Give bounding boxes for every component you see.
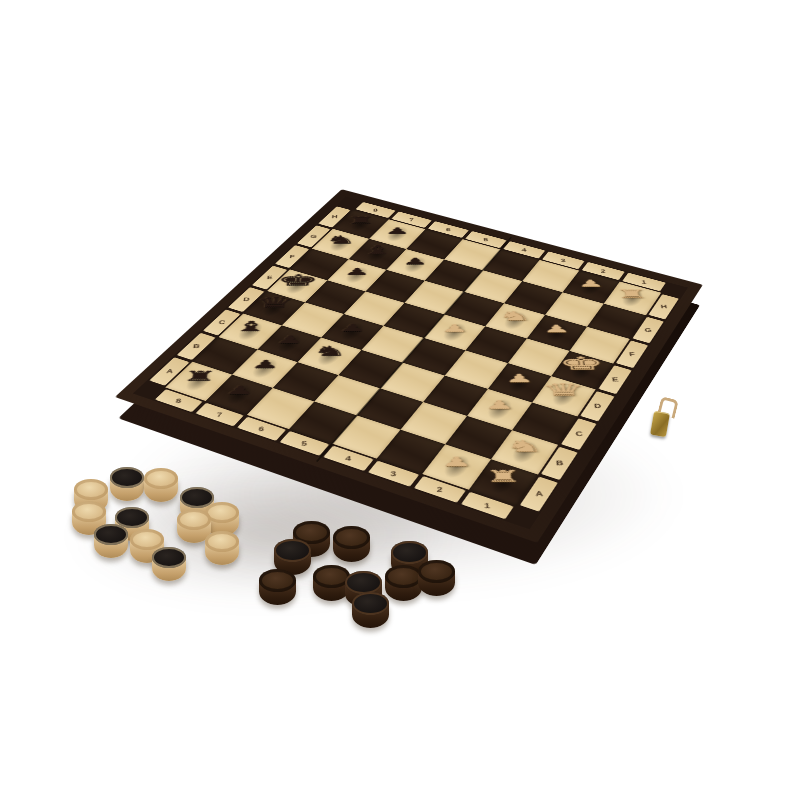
latch-body-icon <box>650 411 670 437</box>
square-b7[interactable] <box>232 349 297 387</box>
checker-light-8-top-wood <box>177 509 211 530</box>
black-pawn-d6-glyph: ♟ <box>339 323 367 334</box>
file-label-top-b: B <box>174 331 219 361</box>
rank-label-left-4-text: 4 <box>345 455 351 462</box>
file-label-bottom-b-plate: B <box>541 447 578 480</box>
checker-light-11[interactable] <box>205 531 239 565</box>
rank-label-right-6-text: 6 <box>446 227 451 232</box>
checker-dark-8-top-wood <box>259 569 296 592</box>
file-label-top-b-text: B <box>192 343 200 349</box>
product-photo-chess-set: ABCDEFGH8877665544332211ABCDEFGH ♜♞♛♚♜♟♟… <box>0 0 800 800</box>
file-label-bottom-f: F <box>613 339 651 370</box>
rank-label-left-6: 6 <box>234 415 289 443</box>
checker-light-1[interactable] <box>110 467 144 501</box>
rank-label-right-5-text: 5 <box>483 237 488 242</box>
file-label-bottom-c: C <box>558 416 599 451</box>
file-label-bottom-c-text: C <box>575 430 583 437</box>
black-pawn-g6-glyph: ♟ <box>402 257 428 266</box>
black-pawn-f7-glyph: ♟ <box>344 267 371 276</box>
square-b4[interactable] <box>357 388 423 429</box>
file-label-top-d-text: D <box>243 297 250 302</box>
white-pawn-f2-glyph: ♟ <box>542 324 571 335</box>
checker-light-2-top-wood <box>144 468 178 489</box>
checker-dark-6-top-wood <box>385 565 422 588</box>
file-label-top-f-text: F <box>289 254 295 259</box>
file-label-bottom-e-plate: E <box>598 365 631 394</box>
black-pawn-h7-glyph: ♟ <box>385 226 410 235</box>
square-b6[interactable] <box>273 362 339 401</box>
checker-dark-6[interactable] <box>385 565 422 601</box>
rank-label-left-8-text: 8 <box>175 397 182 404</box>
square-a8[interactable] <box>165 362 232 401</box>
rank-label-left-1-plate: 1 <box>461 492 514 519</box>
checker-light-5-top-wood <box>72 501 106 522</box>
file-label-top-a-plate: A <box>149 357 189 385</box>
square-a5[interactable] <box>289 401 357 443</box>
black-bishop-g7-glyph: ♝ <box>361 244 395 256</box>
file-label-top-b-plate: B <box>177 333 216 360</box>
rank-label-left-2: 2 <box>411 474 469 505</box>
file-label-bottom-h-text: H <box>660 304 668 310</box>
black-king-e8-glyph: ♚ <box>276 272 320 287</box>
rank-label-right-4-text: 4 <box>522 247 527 252</box>
black-bishop-c8-glyph: ♝ <box>232 319 271 333</box>
checker-dark-8[interactable] <box>259 569 296 605</box>
rank-label-left-6-plate: 6 <box>237 417 286 441</box>
file-label-bottom-d-plate: D <box>580 391 614 421</box>
square-b3[interactable] <box>401 402 468 444</box>
white-pawn-h2-glyph: ♟ <box>577 279 605 289</box>
rank-label-left-7-text: 7 <box>216 411 223 418</box>
square-a3[interactable] <box>377 430 445 474</box>
rank-label-left-5: 5 <box>277 429 333 458</box>
rank-label-left-8-plate: 8 <box>155 389 203 412</box>
rank-label-left-4: 4 <box>320 444 377 473</box>
file-label-bottom-f-plate: F <box>616 341 648 369</box>
checker-light-2[interactable] <box>144 468 178 502</box>
file-label-top-e-text: E <box>267 275 273 280</box>
square-a6[interactable] <box>247 388 315 429</box>
checker-light-9[interactable] <box>94 524 128 558</box>
file-label-bottom-c-plate: C <box>561 418 597 450</box>
rank-label-right-1-text: 1 <box>641 279 647 284</box>
rank-label-left-2-text: 2 <box>437 485 443 493</box>
file-label-top-a-text: A <box>166 368 174 374</box>
board-grid: ABCDEFGH8877665544332211ABCDEFGH <box>133 196 688 529</box>
square-b8[interactable] <box>192 337 257 375</box>
rank-label-left-7-plate: 7 <box>195 403 243 427</box>
rank-label-left-1: 1 <box>458 490 517 522</box>
rank-label-left-4-plate: 4 <box>323 446 373 471</box>
file-label-top-a: A <box>146 356 192 388</box>
file-label-top-h-text: H <box>331 214 337 219</box>
rank-label-left-5-plate: 5 <box>280 431 330 456</box>
board-corner-a8 <box>133 381 166 400</box>
file-label-bottom-b: B <box>538 445 581 482</box>
white-rook-h1-glyph: ♜ <box>615 288 649 300</box>
file-label-bottom-b-text: B <box>555 460 563 467</box>
file-label-bottom-d-text: D <box>594 403 602 410</box>
square-d1[interactable] <box>532 376 596 416</box>
rank-label-left-3: 3 <box>365 459 422 489</box>
file-label-bottom-d: D <box>577 389 617 423</box>
checker-light-1-top-felt <box>110 467 144 488</box>
file-label-bottom-g-text: G <box>644 327 652 333</box>
rank-label-left-1-text: 1 <box>484 501 490 509</box>
square-c1[interactable] <box>512 403 577 445</box>
rank-label-left-3-plate: 3 <box>368 461 419 487</box>
file-label-top-g-text: G <box>310 234 317 239</box>
file-label-bottom-e: E <box>596 364 635 396</box>
square-b2[interactable] <box>445 416 512 459</box>
square-c5[interactable] <box>338 350 402 388</box>
square-a2[interactable] <box>422 444 491 489</box>
checker-dark-3-top-felt <box>274 539 311 562</box>
checker-light-11-top-wood <box>205 531 239 552</box>
rank-label-right-2-text: 2 <box>600 268 606 273</box>
black-rook-h8-glyph: ♜ <box>346 215 376 225</box>
file-label-bottom-e-text: E <box>612 376 619 382</box>
checker-light-9-top-felt <box>94 524 128 545</box>
rank-label-left-6-text: 6 <box>258 425 264 432</box>
black-knight-g8-glyph: ♞ <box>325 234 358 245</box>
checker-dark-2-top-wood <box>333 526 370 549</box>
square-a7[interactable] <box>206 375 273 415</box>
square-c3[interactable] <box>423 376 488 416</box>
square-c2[interactable] <box>467 389 532 430</box>
checker-light-3-top-wood <box>74 479 108 500</box>
rank-label-left-5-text: 5 <box>301 440 307 447</box>
file-label-bottom-a: A <box>517 475 561 514</box>
white-pawn-e4-glyph: ♟ <box>441 323 469 334</box>
checker-dark-7[interactable] <box>418 560 455 596</box>
file-label-bottom-a-text: A <box>535 490 543 498</box>
rank-label-left-7: 7 <box>192 401 246 428</box>
checker-dark-2[interactable] <box>333 526 370 562</box>
square-a4[interactable] <box>332 415 400 458</box>
square-a1[interactable] <box>469 459 538 506</box>
square-c4[interactable] <box>380 363 444 402</box>
rank-label-right-3-text: 3 <box>561 258 566 263</box>
checker-light-12-top-felt <box>152 547 186 568</box>
square-b1[interactable] <box>491 430 558 474</box>
checker-dark-9-top-felt <box>345 571 382 594</box>
file-label-bottom-f-text: F <box>629 351 636 357</box>
rank-label-left-2-plate: 2 <box>414 476 466 503</box>
checker-dark-7-top-wood <box>418 560 455 583</box>
black-queen-d8-glyph: ♛ <box>254 295 296 310</box>
square-b5[interactable] <box>314 375 380 415</box>
checker-dark-10[interactable] <box>352 592 389 628</box>
file-label-bottom-a-plate: A <box>520 477 558 512</box>
white-knight-f3-glyph: ♞ <box>497 309 532 322</box>
square-d2[interactable] <box>488 363 551 402</box>
checker-dark-10-top-felt <box>352 592 389 615</box>
square-d4[interactable] <box>403 338 466 376</box>
file-label-top-c-text: C <box>218 319 225 325</box>
checker-light-12[interactable] <box>152 547 186 581</box>
rank-label-right-8-text: 8 <box>373 208 378 213</box>
square-d3[interactable] <box>445 350 508 388</box>
rank-label-left-3-text: 3 <box>391 470 397 477</box>
rank-label-right-7-text: 7 <box>409 217 414 222</box>
rank-label-left-8: 8 <box>152 387 206 414</box>
board-corner-a1 <box>506 506 540 530</box>
